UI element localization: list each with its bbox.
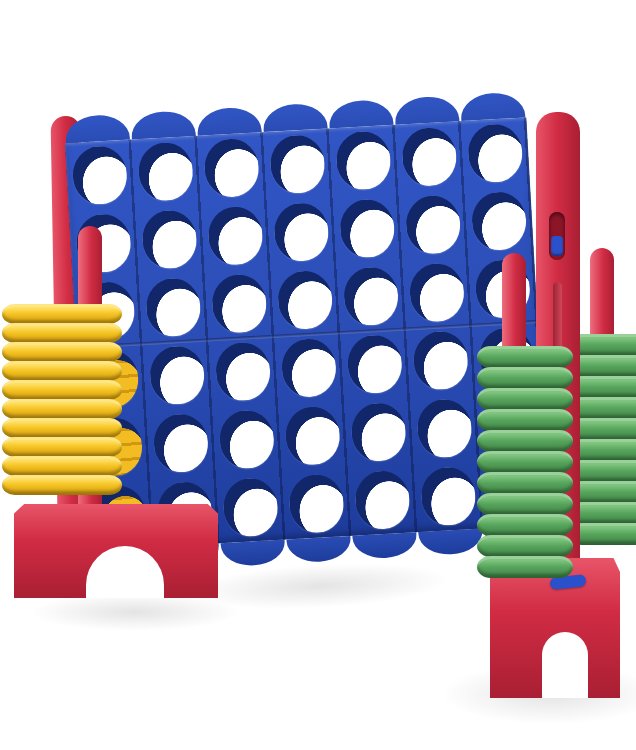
cell-hole [214, 341, 271, 402]
cell-hole [339, 198, 396, 259]
yellow-disc[interactable] [2, 418, 122, 438]
scallop-bump [328, 99, 393, 129]
scallop-bump [460, 92, 525, 122]
board-cell[interactable] [212, 404, 282, 476]
cell-hole [137, 141, 194, 202]
yellow-disc[interactable] [2, 437, 122, 457]
green-disc[interactable] [477, 472, 573, 494]
cell-hole [222, 477, 279, 538]
connect-four-product-photo [0, 0, 636, 750]
green-disc[interactable] [477, 346, 573, 368]
green-disc[interactable] [477, 388, 573, 410]
latch-slot [549, 212, 565, 260]
board-cell[interactable] [395, 121, 465, 193]
cell-hole [284, 405, 341, 466]
cell-hole [141, 209, 198, 270]
board-cell[interactable] [336, 261, 406, 333]
green-disc[interactable] [477, 556, 573, 578]
right-foot-arch [542, 632, 588, 698]
green-disc[interactable] [477, 514, 573, 536]
cell-hole [342, 266, 399, 327]
green-disc[interactable] [477, 430, 573, 452]
cell-hole [145, 277, 202, 338]
cell-hole [269, 134, 326, 195]
scallop-bump [196, 106, 261, 136]
board-cell[interactable] [197, 132, 267, 204]
cell-hole [277, 270, 334, 331]
green-disc[interactable] [477, 367, 573, 389]
green-disc[interactable] [477, 451, 573, 473]
board-cell[interactable] [208, 336, 278, 408]
cell-hole [218, 409, 275, 470]
cell-hole [412, 330, 469, 391]
scallop-bump [394, 95, 459, 125]
cell-hole [71, 145, 128, 206]
cell-hole [405, 194, 462, 255]
board-cell[interactable] [332, 193, 402, 265]
scallop-bump [65, 114, 130, 144]
cell-hole [401, 126, 458, 187]
yellow-disc[interactable] [2, 304, 122, 324]
cell-hole [408, 262, 465, 323]
green-disc[interactable] [477, 493, 573, 515]
yellow-disc[interactable] [2, 399, 122, 419]
board-cell[interactable] [282, 468, 352, 540]
board-cell[interactable] [460, 117, 530, 189]
green-disc[interactable] [477, 535, 573, 557]
cell-hole [207, 205, 264, 266]
green-disc[interactable] [477, 409, 573, 431]
cell-hole [152, 413, 209, 474]
board-cell[interactable] [131, 136, 201, 208]
cell-hole [149, 345, 206, 406]
cell-hole [346, 334, 403, 395]
yellow-disc[interactable] [2, 342, 122, 362]
cell-hole [273, 202, 330, 263]
board-cell[interactable] [201, 200, 271, 272]
scallop-bump [286, 536, 351, 564]
scallop-bump [221, 540, 286, 568]
cell-hole [288, 473, 345, 534]
yellow-disc-stack [2, 305, 122, 495]
board-cell[interactable] [340, 328, 410, 400]
board-cell[interactable] [267, 196, 337, 268]
board-cell[interactable] [263, 128, 333, 200]
board-cell[interactable] [413, 461, 483, 533]
yellow-disc[interactable] [2, 361, 122, 381]
cell-hole [211, 273, 268, 334]
board-cell[interactable] [270, 264, 340, 336]
board-cell[interactable] [344, 396, 414, 468]
yellow-disc[interactable] [2, 475, 122, 495]
board-cell[interactable] [402, 257, 472, 329]
cell-hole [280, 337, 337, 398]
board-cell[interactable] [278, 400, 348, 472]
cell-hole [470, 191, 527, 252]
board-cell[interactable] [406, 325, 476, 397]
board-cell[interactable] [146, 407, 216, 479]
left-foot-arch [86, 546, 164, 598]
cell-hole [203, 137, 260, 198]
green-disc-stack-front [477, 347, 573, 578]
scallop-bump [262, 103, 327, 133]
cell-hole [350, 402, 407, 463]
board-cell[interactable] [410, 393, 480, 465]
yellow-disc[interactable] [2, 323, 122, 343]
board-cell[interactable] [139, 272, 209, 344]
blue-latch-slider[interactable] [551, 236, 563, 256]
scallop-bump [418, 529, 483, 557]
board-cell[interactable] [464, 185, 534, 257]
board-cell[interactable] [398, 189, 468, 261]
scallop-bump [130, 110, 195, 140]
cell-hole [335, 130, 392, 191]
board-cell[interactable] [329, 125, 399, 197]
cell-hole [420, 466, 477, 527]
board-cell[interactable] [216, 472, 286, 544]
cell-hole [354, 470, 411, 531]
cell-hole [416, 398, 473, 459]
board-cell[interactable] [135, 204, 205, 276]
scallop-bump [352, 532, 417, 560]
yellow-disc[interactable] [2, 456, 122, 476]
board-cell[interactable] [65, 140, 135, 212]
board-cell[interactable] [142, 340, 212, 412]
board-cell[interactable] [274, 332, 344, 404]
cell-hole [467, 123, 524, 184]
left-foot-base [14, 504, 218, 598]
board-cell[interactable] [204, 268, 274, 340]
yellow-disc[interactable] [2, 380, 122, 400]
board-cell[interactable] [348, 464, 418, 536]
